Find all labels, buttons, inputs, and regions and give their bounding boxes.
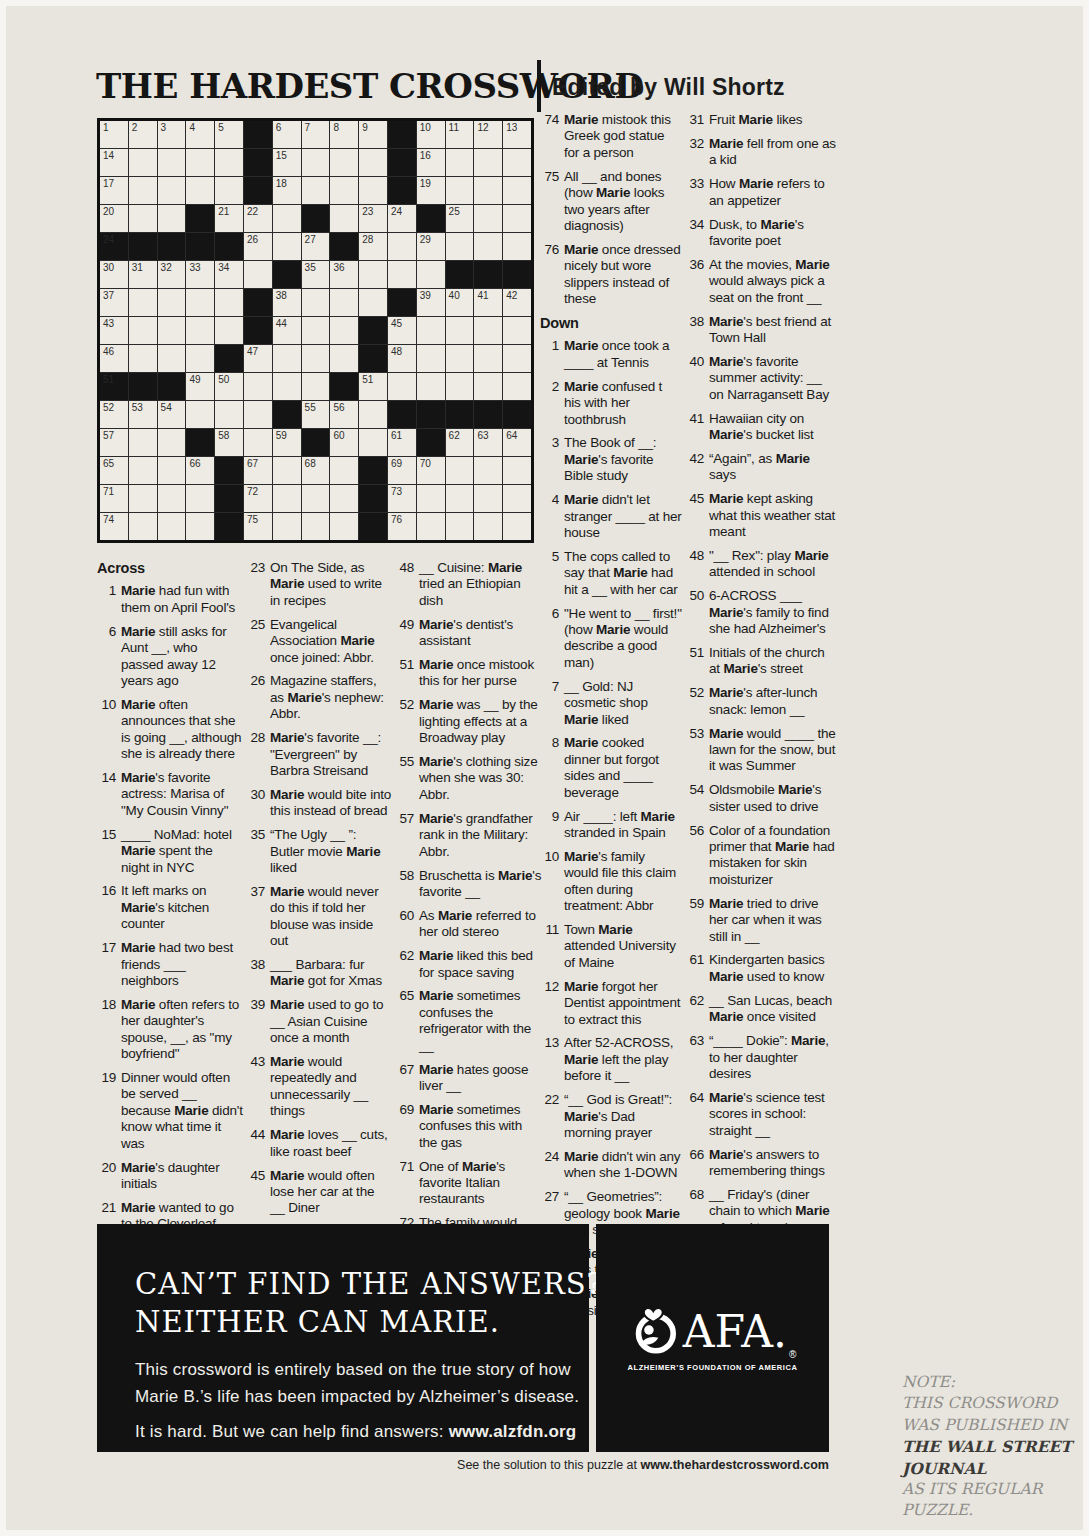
clue-down-63: 63“____ Dokie”: Marie, to her daughter d… bbox=[685, 1033, 837, 1082]
letter-cell[interactable] bbox=[330, 205, 358, 232]
letter-cell[interactable] bbox=[158, 317, 186, 344]
solution-text: See the solution to this puzzle at bbox=[457, 1458, 640, 1472]
letter-cell[interactable] bbox=[158, 457, 186, 484]
letter-cell[interactable] bbox=[129, 177, 157, 204]
letter-cell[interactable]: 76 bbox=[388, 513, 416, 540]
letter-cell[interactable] bbox=[273, 345, 301, 372]
clue-number-label: 45 bbox=[685, 491, 709, 540]
clue-down-50: 506-ACROSS ___ Marie's family to find sh… bbox=[685, 588, 837, 637]
letter-cell[interactable]: 5 bbox=[215, 121, 243, 148]
letter-cell[interactable]: 25 bbox=[446, 205, 474, 232]
clue-number-label: 18 bbox=[97, 997, 121, 1063]
letter-cell[interactable]: 58 bbox=[215, 429, 243, 456]
letter-cell[interactable] bbox=[474, 457, 502, 484]
letter-cell[interactable]: 63 bbox=[474, 429, 502, 456]
letter-cell[interactable] bbox=[503, 205, 531, 232]
clue-down-24: 24Marie didn't win any when she 1-DOWN bbox=[540, 1149, 682, 1182]
letter-cell[interactable] bbox=[129, 345, 157, 372]
clue-number-label: 35 bbox=[246, 827, 270, 876]
clue-text: Marie had two best friends ___ neighbors bbox=[121, 940, 243, 989]
clue-down-32: 32Marie fell from one as a kid bbox=[685, 136, 837, 169]
letter-cell[interactable] bbox=[474, 373, 502, 400]
ghost-clue-number: 24 bbox=[103, 234, 114, 245]
clue-down-13: 13After 52-ACROSS, Marie left the play b… bbox=[540, 1035, 682, 1084]
letter-cell[interactable] bbox=[129, 205, 157, 232]
afa-tagline: ALZHEIMER’S FOUNDATION OF AMERICA bbox=[628, 1363, 798, 1372]
letter-cell[interactable]: 28 bbox=[359, 233, 387, 260]
letter-cell[interactable]: 37 bbox=[100, 289, 128, 316]
black-cell bbox=[503, 401, 531, 428]
letter-cell[interactable] bbox=[158, 149, 186, 176]
clue-text: 6-ACROSS ___ Marie's family to find she … bbox=[709, 588, 837, 637]
black-cell bbox=[359, 317, 387, 344]
letter-cell[interactable]: 48 bbox=[388, 345, 416, 372]
clue-number-label: 28 bbox=[246, 730, 270, 779]
letter-cell[interactable]: 57 bbox=[100, 429, 128, 456]
letter-cell[interactable] bbox=[215, 177, 243, 204]
clue-text: Marie hates goose liver __ bbox=[419, 1062, 543, 1095]
letter-cell[interactable]: 72 bbox=[244, 485, 272, 512]
letter-cell[interactable] bbox=[503, 457, 531, 484]
letter-cell[interactable] bbox=[417, 485, 445, 512]
letter-cell[interactable]: 44 bbox=[273, 317, 301, 344]
letter-cell[interactable] bbox=[158, 345, 186, 372]
letter-cell[interactable] bbox=[186, 177, 214, 204]
clue-text: Hawaiian city on Marie's bucket list bbox=[709, 411, 837, 444]
letter-cell[interactable] bbox=[244, 261, 272, 288]
clue-down-56: 56Color of a foundation primer that Mari… bbox=[685, 823, 837, 889]
letter-cell[interactable] bbox=[503, 149, 531, 176]
letter-cell[interactable]: 56 bbox=[330, 401, 358, 428]
clue-number-label: 54 bbox=[685, 782, 709, 815]
black-cell bbox=[359, 485, 387, 512]
letter-cell[interactable]: 11 bbox=[446, 121, 474, 148]
letter-cell[interactable]: 67 bbox=[244, 457, 272, 484]
clue-number-label: 17 bbox=[97, 940, 121, 989]
letter-cell[interactable]: 30 bbox=[100, 261, 128, 288]
clue-text: __ San Lucas, beach Marie once visited bbox=[709, 993, 837, 1026]
letter-cell[interactable] bbox=[330, 457, 358, 484]
letter-cell[interactable] bbox=[186, 401, 214, 428]
letter-cell[interactable]: 27 bbox=[302, 233, 330, 260]
letter-cell[interactable] bbox=[417, 317, 445, 344]
clue-number: 29 bbox=[420, 234, 431, 245]
letter-cell[interactable]: 39 bbox=[417, 289, 445, 316]
letter-cell[interactable] bbox=[302, 289, 330, 316]
clue-column-2: 23On The Side, as Marie used to write in… bbox=[246, 560, 392, 1305]
letter-cell[interactable]: 26 bbox=[244, 233, 272, 260]
letter-cell[interactable] bbox=[244, 401, 272, 428]
letter-cell[interactable]: 21 bbox=[215, 205, 243, 232]
letter-cell[interactable]: 42 bbox=[503, 289, 531, 316]
letter-cell[interactable] bbox=[186, 513, 214, 540]
clue-across-48: 48__ Cuisine: Marie tried an Ethiopian d… bbox=[395, 560, 543, 609]
clue-number: 24 bbox=[391, 206, 402, 217]
letter-cell[interactable] bbox=[273, 233, 301, 260]
letter-cell[interactable]: 66 bbox=[186, 457, 214, 484]
letter-cell[interactable]: 10 bbox=[417, 121, 445, 148]
letter-cell[interactable] bbox=[302, 345, 330, 372]
letter-cell[interactable] bbox=[474, 345, 502, 372]
letter-cell[interactable]: 19 bbox=[417, 177, 445, 204]
letter-cell[interactable] bbox=[158, 429, 186, 456]
note-line5: AS ITS REGULAR PUZZLE. bbox=[902, 1479, 1082, 1522]
letter-cell[interactable] bbox=[330, 317, 358, 344]
letter-cell[interactable] bbox=[359, 289, 387, 316]
letter-cell[interactable] bbox=[359, 261, 387, 288]
letter-cell[interactable] bbox=[244, 429, 272, 456]
letter-cell[interactable] bbox=[474, 233, 502, 260]
clue-across-39: 39Marie used to go to __ Asian Cuisine o… bbox=[246, 997, 392, 1046]
letter-cell[interactable] bbox=[302, 177, 330, 204]
letter-cell[interactable] bbox=[474, 485, 502, 512]
letter-cell[interactable]: 45 bbox=[388, 317, 416, 344]
clue-number: 13 bbox=[506, 122, 517, 133]
clue-number: 52 bbox=[103, 402, 114, 413]
letter-cell[interactable] bbox=[417, 261, 445, 288]
clue-number: 71 bbox=[103, 486, 114, 497]
clue-across-57: 57Marie's grandfather rank in the Milita… bbox=[395, 811, 543, 860]
ad-cta-url-link[interactable]: www.alzfdn.org bbox=[449, 1422, 577, 1441]
ad-panel: CAN’T FIND THE ANSWERS? NEITHER CAN MARI… bbox=[97, 1224, 589, 1452]
clue-number-label: 20 bbox=[97, 1160, 121, 1193]
clue-number: 63 bbox=[477, 430, 488, 441]
letter-cell[interactable]: 8 bbox=[330, 121, 358, 148]
letter-cell[interactable] bbox=[359, 401, 387, 428]
letter-cell[interactable] bbox=[273, 205, 301, 232]
letter-cell[interactable] bbox=[302, 373, 330, 400]
clue-number-label: 42 bbox=[685, 451, 709, 484]
letter-cell[interactable]: 32 bbox=[158, 261, 186, 288]
letter-cell[interactable] bbox=[186, 345, 214, 372]
letter-cell[interactable]: 3 bbox=[158, 121, 186, 148]
letter-cell[interactable] bbox=[158, 513, 186, 540]
clue-down-10: 10Marie's family would file this claim o… bbox=[540, 849, 682, 915]
letter-cell[interactable] bbox=[302, 149, 330, 176]
letter-cell[interactable]: 2 bbox=[129, 121, 157, 148]
letter-cell[interactable]: 31 bbox=[129, 261, 157, 288]
letter-cell[interactable]: 20 bbox=[100, 205, 128, 232]
letter-cell[interactable]: 34 bbox=[215, 261, 243, 288]
clue-across-69: 69Marie sometimes confuses this with the… bbox=[395, 1102, 543, 1151]
letter-cell[interactable] bbox=[446, 233, 474, 260]
clue-number-label: 30 bbox=[246, 787, 270, 820]
clue-number: 44 bbox=[276, 318, 287, 329]
clue-number-label: 10 bbox=[97, 697, 121, 763]
letter-cell[interactable] bbox=[302, 485, 330, 512]
letter-cell[interactable] bbox=[244, 373, 272, 400]
letter-cell[interactable] bbox=[273, 485, 301, 512]
letter-cell[interactable] bbox=[129, 485, 157, 512]
letter-cell[interactable]: 73 bbox=[388, 485, 416, 512]
clue-down-8: 8Marie cooked dinner but forgot sides an… bbox=[540, 735, 682, 801]
letter-cell[interactable]: 49 bbox=[186, 373, 214, 400]
letter-cell[interactable]: 36 bbox=[330, 261, 358, 288]
clue-number: 33 bbox=[189, 262, 200, 273]
clue-text: Air ____: left Marie stranded in Spain bbox=[564, 809, 682, 842]
letter-cell[interactable]: 71 bbox=[100, 485, 128, 512]
clue-number: 62 bbox=[449, 430, 460, 441]
clue-number: 25 bbox=[449, 206, 460, 217]
letter-cell[interactable]: 55 bbox=[302, 401, 330, 428]
clue-number-label: 75 bbox=[540, 169, 564, 235]
letter-cell[interactable] bbox=[446, 373, 474, 400]
letter-cell[interactable] bbox=[158, 485, 186, 512]
letter-cell[interactable] bbox=[186, 485, 214, 512]
letter-cell[interactable]: 43 bbox=[100, 317, 128, 344]
letter-cell[interactable]: 60 bbox=[330, 429, 358, 456]
clue-text: Marie's favorite summer activity: __ on … bbox=[709, 354, 837, 403]
letter-cell[interactable] bbox=[503, 485, 531, 512]
letter-cell[interactable] bbox=[215, 401, 243, 428]
clue-number: 69 bbox=[391, 458, 402, 469]
letter-cell[interactable] bbox=[186, 289, 214, 316]
letter-cell[interactable] bbox=[273, 513, 301, 540]
letter-cell[interactable] bbox=[273, 373, 301, 400]
clue-text: Marie was __ by the lighting effects at … bbox=[419, 697, 543, 746]
letter-cell[interactable] bbox=[359, 149, 387, 176]
clue-number: 76 bbox=[391, 514, 402, 525]
letter-cell[interactable] bbox=[503, 373, 531, 400]
letter-cell[interactable] bbox=[446, 149, 474, 176]
letter-cell[interactable] bbox=[330, 485, 358, 512]
letter-cell[interactable] bbox=[388, 233, 416, 260]
clue-across-60: 60As Marie referred to her old stereo bbox=[395, 908, 543, 941]
clue-across-43: 43Marie would repeatedly and unnecessari… bbox=[246, 1054, 392, 1120]
clue-text: Marie loves __ cuts, like roast beef bbox=[270, 1127, 392, 1160]
letter-cell[interactable] bbox=[330, 513, 358, 540]
letter-cell[interactable] bbox=[330, 149, 358, 176]
letter-cell[interactable] bbox=[359, 177, 387, 204]
clue-down-11: 11Town Marie attended University of Main… bbox=[540, 922, 682, 971]
letter-cell[interactable]: 9 bbox=[359, 121, 387, 148]
clue-down-22: 22“__ God is Great!”: Marie's Dad mornin… bbox=[540, 1092, 682, 1141]
letter-cell[interactable] bbox=[417, 513, 445, 540]
clue-number-label: 64 bbox=[685, 1090, 709, 1139]
clue-number: 17 bbox=[103, 178, 114, 189]
clue-across-38: 38___ Barbara: fur Marie got for Xmas bbox=[246, 957, 392, 990]
letter-cell[interactable]: 46 bbox=[100, 345, 128, 372]
letter-cell[interactable] bbox=[330, 345, 358, 372]
letter-cell[interactable]: 51 bbox=[359, 373, 387, 400]
clue-number: 45 bbox=[391, 318, 402, 329]
clue-number-label: 31 bbox=[685, 112, 709, 128]
letter-cell[interactable] bbox=[330, 177, 358, 204]
letter-cell[interactable] bbox=[186, 317, 214, 344]
letter-cell[interactable] bbox=[417, 345, 445, 372]
letter-cell[interactable] bbox=[273, 457, 301, 484]
clue-number-label: 76 bbox=[540, 242, 564, 308]
letter-cell[interactable]: 59 bbox=[273, 429, 301, 456]
letter-cell[interactable] bbox=[215, 149, 243, 176]
letter-cell[interactable] bbox=[503, 345, 531, 372]
black-cell bbox=[446, 401, 474, 428]
letter-cell[interactable] bbox=[503, 317, 531, 344]
letter-cell[interactable]: 13 bbox=[503, 121, 531, 148]
letter-cell[interactable] bbox=[215, 289, 243, 316]
clue-text: Dinner would often be served __ because … bbox=[121, 1070, 243, 1152]
clue-number-label: 38 bbox=[246, 957, 270, 990]
letter-cell[interactable]: 62 bbox=[446, 429, 474, 456]
ad-body-line2: Marie B.’s life has been impacted by Alz… bbox=[135, 1383, 579, 1410]
letter-cell[interactable]: 75 bbox=[244, 513, 272, 540]
letter-cell[interactable] bbox=[503, 513, 531, 540]
clue-column-4: 74Marie mistook this Greek god statue fo… bbox=[540, 112, 682, 1327]
letter-cell[interactable] bbox=[215, 317, 243, 344]
letter-cell[interactable] bbox=[129, 457, 157, 484]
clue-number-label: 2 bbox=[540, 379, 564, 428]
letter-cell[interactable]: 68 bbox=[302, 457, 330, 484]
letter-cell[interactable] bbox=[474, 177, 502, 204]
clue-number-label: 7 bbox=[540, 679, 564, 728]
letter-cell[interactable] bbox=[330, 289, 358, 316]
letter-cell[interactable] bbox=[446, 457, 474, 484]
letter-cell[interactable] bbox=[388, 373, 416, 400]
black-cell bbox=[330, 233, 358, 260]
letter-cell[interactable]: 33 bbox=[186, 261, 214, 288]
letter-cell[interactable] bbox=[474, 317, 502, 344]
letter-cell[interactable] bbox=[158, 177, 186, 204]
clue-number: 54 bbox=[161, 402, 172, 413]
letter-cell[interactable] bbox=[446, 317, 474, 344]
letter-cell[interactable]: 53 bbox=[129, 401, 157, 428]
letter-cell[interactable]: 15 bbox=[273, 149, 301, 176]
clue-number: 58 bbox=[218, 430, 229, 441]
clue-number: 65 bbox=[103, 458, 114, 469]
letter-cell[interactable]: 52 bbox=[100, 401, 128, 428]
clue-number: 74 bbox=[103, 514, 114, 525]
ad-cta: It is hard. But we can help find answers… bbox=[135, 1422, 576, 1442]
clue-down-41: 41Hawaiian city on Marie's bucket list bbox=[685, 411, 837, 444]
clue-number: 19 bbox=[420, 178, 431, 189]
letter-cell[interactable]: 47 bbox=[244, 345, 272, 372]
letter-cell[interactable] bbox=[302, 317, 330, 344]
clue-number: 42 bbox=[506, 290, 517, 301]
letter-cell[interactable] bbox=[446, 345, 474, 372]
letter-cell[interactable]: 23 bbox=[359, 205, 387, 232]
clue-down-42: 42“Again”, as Marie says bbox=[685, 451, 837, 484]
letter-cell[interactable] bbox=[446, 513, 474, 540]
ad-headline: CAN’T FIND THE ANSWERS? NEITHER CAN MARI… bbox=[135, 1266, 603, 1341]
letter-cell[interactable]: 22 bbox=[244, 205, 272, 232]
letter-cell[interactable]: 17 bbox=[100, 177, 128, 204]
clue-text: Magazine staffers, as Marie's nephew: Ab… bbox=[270, 673, 392, 722]
clue-number-label: 55 bbox=[395, 754, 419, 803]
letter-cell[interactable]: 64 bbox=[503, 429, 531, 456]
clue-text: __ Gold: NJ cosmetic shop Marie liked bbox=[564, 679, 682, 728]
clue-number: 73 bbox=[391, 486, 402, 497]
letter-cell[interactable] bbox=[129, 429, 157, 456]
clue-number: 61 bbox=[391, 430, 402, 441]
clue-number: 40 bbox=[449, 290, 460, 301]
afa-heart-circle-icon bbox=[629, 1304, 681, 1360]
clue-number-label: 16 bbox=[97, 883, 121, 932]
clue-across-55: 55Marie's clothing size when she was 30:… bbox=[395, 754, 543, 803]
letter-cell[interactable] bbox=[158, 205, 186, 232]
black-cell bbox=[388, 177, 416, 204]
clue-text: As Marie referred to her old stereo bbox=[419, 908, 543, 941]
letter-cell[interactable]: 1 bbox=[100, 121, 128, 148]
letter-cell[interactable] bbox=[474, 513, 502, 540]
letter-cell[interactable]: 41 bbox=[474, 289, 502, 316]
clue-number: 30 bbox=[103, 262, 114, 273]
letter-cell[interactable] bbox=[474, 149, 502, 176]
clue-across-28: 28Marie's favorite __: "Evergreen" by Ba… bbox=[246, 730, 392, 779]
clue-number-label: 60 bbox=[395, 908, 419, 941]
letter-cell[interactable]: 18 bbox=[273, 177, 301, 204]
letter-cell[interactable]: 6 bbox=[273, 121, 301, 148]
clue-number: 16 bbox=[420, 150, 431, 161]
letter-cell[interactable]: 40 bbox=[446, 289, 474, 316]
letter-cell[interactable] bbox=[446, 177, 474, 204]
letter-cell[interactable]: 38 bbox=[273, 289, 301, 316]
letter-cell[interactable] bbox=[302, 513, 330, 540]
letter-cell[interactable] bbox=[129, 149, 157, 176]
letter-cell[interactable]: 7 bbox=[302, 121, 330, 148]
letter-cell[interactable]: 54 bbox=[158, 401, 186, 428]
letter-cell[interactable] bbox=[158, 289, 186, 316]
black-cell bbox=[388, 401, 416, 428]
letter-cell[interactable]: 12 bbox=[474, 121, 502, 148]
black-cell bbox=[244, 149, 272, 176]
letter-cell[interactable] bbox=[503, 177, 531, 204]
clue-across-76: 76Marie once dressed nicely but wore sli… bbox=[540, 242, 682, 308]
letter-cell[interactable]: 35 bbox=[302, 261, 330, 288]
clue-text: “The Ugly __ ”: Butler movie Marie liked bbox=[270, 827, 392, 876]
clue-across-1: 1Marie had fun with them on April Fool's bbox=[97, 583, 243, 616]
clue-number-label: 59 bbox=[685, 896, 709, 945]
letter-cell[interactable] bbox=[359, 429, 387, 456]
letter-cell[interactable] bbox=[503, 233, 531, 260]
clue-number-label: 45 bbox=[246, 1168, 270, 1217]
letter-cell[interactable]: 14 bbox=[100, 149, 128, 176]
letter-cell[interactable]: 24 bbox=[388, 205, 416, 232]
letter-cell[interactable]: 4 bbox=[186, 121, 214, 148]
letter-cell[interactable] bbox=[417, 373, 445, 400]
letter-cell[interactable] bbox=[446, 485, 474, 512]
clue-text: Marie fell from one as a kid bbox=[709, 136, 837, 169]
clue-number-label: 53 bbox=[685, 726, 709, 775]
letter-cell[interactable] bbox=[474, 205, 502, 232]
down-header: Down bbox=[540, 315, 682, 331]
letter-cell[interactable] bbox=[186, 149, 214, 176]
clue-down-36: 36At the movies, Marie would always pick… bbox=[685, 257, 837, 306]
solution-url-link[interactable]: www.thehardestcrossword.com bbox=[641, 1458, 829, 1472]
letter-cell[interactable] bbox=[129, 513, 157, 540]
letter-cell[interactable]: 16 bbox=[417, 149, 445, 176]
clue-number: 5 bbox=[218, 122, 224, 133]
page-background: THE HARDEST CROSSWORD Edited by Will Sho… bbox=[6, 6, 1083, 1530]
letter-cell[interactable]: 74 bbox=[100, 513, 128, 540]
letter-cell[interactable]: 69 bbox=[388, 457, 416, 484]
letter-cell[interactable] bbox=[388, 261, 416, 288]
letter-cell[interactable] bbox=[129, 317, 157, 344]
clue-number: 11 bbox=[449, 122, 459, 133]
clue-text: Dusk, to Marie's favorite poet bbox=[709, 217, 837, 250]
letter-cell[interactable]: 61 bbox=[388, 429, 416, 456]
clue-down-45: 45Marie kept asking what this weather st… bbox=[685, 491, 837, 540]
letter-cell[interactable]: 65 bbox=[100, 457, 128, 484]
letter-cell[interactable]: 70 bbox=[417, 457, 445, 484]
across-header: Across bbox=[97, 560, 243, 576]
letter-cell[interactable] bbox=[129, 289, 157, 316]
letter-cell[interactable]: 50 bbox=[215, 373, 243, 400]
clue-text: Marie's favorite actress: Marisa of "My … bbox=[121, 770, 243, 819]
letter-cell[interactable]: 29 bbox=[417, 233, 445, 260]
clue-across-45: 45Marie would often lose her car at the … bbox=[246, 1168, 392, 1217]
clue-text: Marie's science test scores in school: s… bbox=[709, 1090, 837, 1139]
clue-number-label: 23 bbox=[246, 560, 270, 609]
